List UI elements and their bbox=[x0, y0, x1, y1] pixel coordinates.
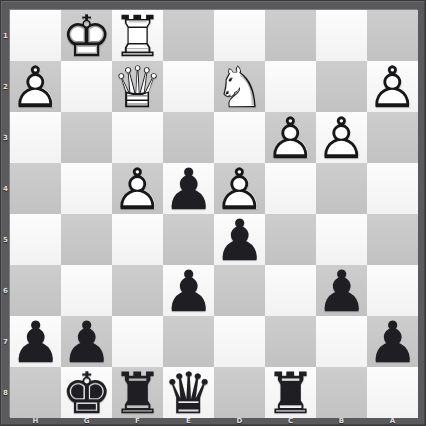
square-f2[interactable]: ♛♕ bbox=[112, 61, 163, 112]
square-c7[interactable] bbox=[265, 316, 316, 367]
black-king-piece: ♚ bbox=[61, 367, 112, 418]
square-c3[interactable]: ♟♙ bbox=[265, 112, 316, 163]
square-b5[interactable] bbox=[316, 214, 367, 265]
white-pawn-piece: ♟♙ bbox=[265, 112, 316, 163]
square-a1[interactable] bbox=[367, 10, 418, 61]
square-a3[interactable] bbox=[367, 112, 418, 163]
square-a2[interactable]: ♟♙ bbox=[367, 61, 418, 112]
square-e7[interactable] bbox=[163, 316, 214, 367]
square-a8[interactable] bbox=[367, 367, 418, 418]
black-pawn-piece: ♟ bbox=[316, 265, 367, 316]
square-a6[interactable] bbox=[367, 265, 418, 316]
square-g5[interactable] bbox=[61, 214, 112, 265]
square-b3[interactable]: ♟♙ bbox=[316, 112, 367, 163]
black-pawn-piece: ♟ bbox=[214, 214, 265, 265]
square-a4[interactable] bbox=[367, 163, 418, 214]
square-h7[interactable]: ♟ bbox=[10, 316, 61, 367]
square-h8[interactable] bbox=[10, 367, 61, 418]
black-pawn-piece: ♟ bbox=[163, 163, 214, 214]
black-pawn-piece: ♟ bbox=[367, 316, 418, 367]
black-pawn-piece: ♟ bbox=[163, 265, 214, 316]
square-c5[interactable] bbox=[265, 214, 316, 265]
square-f8[interactable]: ♜ bbox=[112, 367, 163, 418]
rank-labels: 12345678 bbox=[1, 10, 10, 418]
file-labels: HGFEDCBA bbox=[10, 416, 418, 425]
square-g4[interactable] bbox=[61, 163, 112, 214]
file-label-a: A bbox=[367, 416, 418, 425]
square-b8[interactable] bbox=[316, 367, 367, 418]
square-h1[interactable] bbox=[10, 10, 61, 61]
white-pawn-piece: ♟♙ bbox=[214, 163, 265, 214]
square-c4[interactable] bbox=[265, 163, 316, 214]
square-g8[interactable]: ♚ bbox=[61, 367, 112, 418]
square-d8[interactable] bbox=[214, 367, 265, 418]
file-label-f: F bbox=[112, 416, 163, 425]
square-g6[interactable] bbox=[61, 265, 112, 316]
black-rook-piece: ♜ bbox=[265, 367, 316, 418]
rank-label-7: 7 bbox=[1, 316, 10, 367]
square-d3[interactable] bbox=[214, 112, 265, 163]
square-e8[interactable]: ♛ bbox=[163, 367, 214, 418]
square-d6[interactable] bbox=[214, 265, 265, 316]
square-e3[interactable] bbox=[163, 112, 214, 163]
square-h3[interactable] bbox=[10, 112, 61, 163]
white-king-piece: ♚♔ bbox=[61, 10, 112, 61]
rank-label-6: 6 bbox=[1, 265, 10, 316]
square-d2[interactable]: ♞♘ bbox=[214, 61, 265, 112]
white-rook-piece: ♜♖ bbox=[112, 10, 163, 61]
square-b2[interactable] bbox=[316, 61, 367, 112]
square-e1[interactable] bbox=[163, 10, 214, 61]
white-pawn-piece: ♟♙ bbox=[10, 61, 61, 112]
file-label-g: G bbox=[61, 416, 112, 425]
file-label-c: C bbox=[265, 416, 316, 425]
chess-board-frame: 12345678 ♚♔♜♖♟♙♛♕♞♘♟♙♟♙♟♙♟♙♟♟♙♟♟♟♟♟♟♚♜♛♜… bbox=[0, 0, 426, 426]
rank-label-8: 8 bbox=[1, 367, 10, 418]
rank-label-3: 3 bbox=[1, 112, 10, 163]
square-g7[interactable]: ♟ bbox=[61, 316, 112, 367]
file-label-b: B bbox=[316, 416, 367, 425]
square-a7[interactable]: ♟ bbox=[367, 316, 418, 367]
rank-label-2: 2 bbox=[1, 61, 10, 112]
square-a5[interactable] bbox=[367, 214, 418, 265]
rank-label-4: 4 bbox=[1, 163, 10, 214]
square-h2[interactable]: ♟♙ bbox=[10, 61, 61, 112]
square-h6[interactable] bbox=[10, 265, 61, 316]
black-pawn-piece: ♟ bbox=[10, 316, 61, 367]
black-rook-piece: ♜ bbox=[112, 367, 163, 418]
square-f3[interactable] bbox=[112, 112, 163, 163]
square-d4[interactable]: ♟♙ bbox=[214, 163, 265, 214]
white-pawn-piece: ♟♙ bbox=[316, 112, 367, 163]
square-d5[interactable]: ♟ bbox=[214, 214, 265, 265]
square-f5[interactable] bbox=[112, 214, 163, 265]
square-g2[interactable] bbox=[61, 61, 112, 112]
square-e5[interactable] bbox=[163, 214, 214, 265]
square-c2[interactable] bbox=[265, 61, 316, 112]
square-b7[interactable] bbox=[316, 316, 367, 367]
square-b6[interactable]: ♟ bbox=[316, 265, 367, 316]
square-g1[interactable]: ♚♔ bbox=[61, 10, 112, 61]
square-f1[interactable]: ♜♖ bbox=[112, 10, 163, 61]
square-e4[interactable]: ♟ bbox=[163, 163, 214, 214]
square-e6[interactable]: ♟ bbox=[163, 265, 214, 316]
square-d1[interactable] bbox=[214, 10, 265, 61]
rank-label-1: 1 bbox=[1, 10, 10, 61]
square-f6[interactable] bbox=[112, 265, 163, 316]
square-h5[interactable] bbox=[10, 214, 61, 265]
chess-board: ♚♔♜♖♟♙♛♕♞♘♟♙♟♙♟♙♟♙♟♟♙♟♟♟♟♟♟♚♜♛♜ bbox=[10, 10, 418, 418]
square-g3[interactable] bbox=[61, 112, 112, 163]
black-pawn-piece: ♟ bbox=[61, 316, 112, 367]
square-c8[interactable]: ♜ bbox=[265, 367, 316, 418]
file-label-d: D bbox=[214, 416, 265, 425]
square-c6[interactable] bbox=[265, 265, 316, 316]
square-c1[interactable] bbox=[265, 10, 316, 61]
file-label-h: H bbox=[10, 416, 61, 425]
square-h4[interactable] bbox=[10, 163, 61, 214]
square-b1[interactable] bbox=[316, 10, 367, 61]
white-pawn-piece: ♟♙ bbox=[367, 61, 418, 112]
square-f4[interactable]: ♟♙ bbox=[112, 163, 163, 214]
black-queen-piece: ♛ bbox=[163, 367, 214, 418]
square-d7[interactable] bbox=[214, 316, 265, 367]
rank-label-5: 5 bbox=[1, 214, 10, 265]
square-e2[interactable] bbox=[163, 61, 214, 112]
square-f7[interactable] bbox=[112, 316, 163, 367]
white-queen-piece: ♛♕ bbox=[112, 61, 163, 112]
white-knight-piece: ♞♘ bbox=[214, 61, 265, 112]
square-b4[interactable] bbox=[316, 163, 367, 214]
white-pawn-piece: ♟♙ bbox=[112, 163, 163, 214]
file-label-e: E bbox=[163, 416, 214, 425]
